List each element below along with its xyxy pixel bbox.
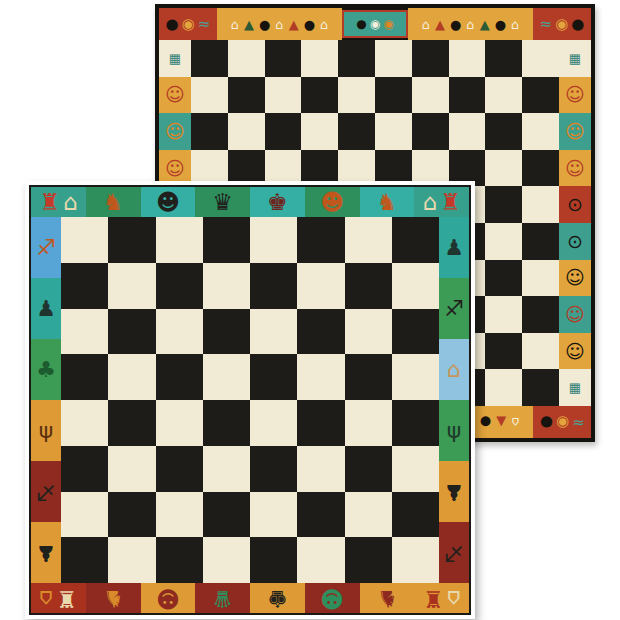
border-tile-branch-landscape: ψ xyxy=(31,400,61,461)
board-square xyxy=(485,296,522,333)
board-square xyxy=(228,40,265,77)
castle-corner-icon: ⌂ xyxy=(446,587,461,610)
board-square xyxy=(485,260,522,297)
board-square xyxy=(449,77,486,114)
board-square xyxy=(297,263,344,309)
board-square xyxy=(203,446,250,492)
board-square xyxy=(203,217,250,263)
border-tile-soldier: ♟ xyxy=(31,522,61,583)
board-square xyxy=(412,77,449,114)
board-square xyxy=(61,309,108,355)
board-square xyxy=(485,223,522,260)
board-square xyxy=(61,537,108,583)
border-tile-juggler: ☻ xyxy=(305,187,360,217)
board-square xyxy=(265,113,302,150)
border-tile-knight: ♞ xyxy=(86,187,141,217)
border-tile-castle-strip: ⌂▲●⌂▲●⌂ xyxy=(408,8,533,40)
border-tile-spearman: ♟ xyxy=(439,217,469,278)
front-board-chess: ♜⌂♞☻♛♚☻♞⌂♜♐♟♣ψ♐♟♟♐⌂ψ♟♐♜⌂♞☻♛♚☻♞⌂♜ xyxy=(29,185,471,615)
border-tile-badge: ▦ xyxy=(559,369,591,406)
castle-strip-icon: ▲ xyxy=(435,18,445,31)
board-square xyxy=(522,296,559,333)
circles-vine-corner-icon: ● xyxy=(540,415,553,430)
border-tile-castle-corner: ♜⌂ xyxy=(31,187,86,217)
board-square xyxy=(250,537,297,583)
board-square xyxy=(485,150,522,187)
castle-corner-icon: ⌂ xyxy=(39,587,54,610)
castle-strip-icon: ⌂ xyxy=(320,18,328,31)
border-tile-castle-corner: ♜⌂ xyxy=(31,583,86,613)
flower-icon: ⊙ xyxy=(567,195,583,214)
board-square xyxy=(156,537,203,583)
board-square xyxy=(156,492,203,538)
board-square xyxy=(250,217,297,263)
board-square xyxy=(345,354,392,400)
circles-vine-corner-icon: ≈ xyxy=(540,17,553,32)
king-icon: ♚ xyxy=(267,587,288,610)
circles-vine-corner-icon: ◉ xyxy=(555,17,568,32)
border-tile-queen: ♛ xyxy=(195,583,250,613)
castle-landscape-icon: ⌂ xyxy=(447,359,461,381)
board-square xyxy=(522,260,559,297)
board-square xyxy=(345,263,392,309)
board-square xyxy=(108,263,155,309)
board-square xyxy=(345,537,392,583)
board-square xyxy=(108,400,155,446)
castle-strip-icon: ● xyxy=(480,416,491,429)
border-tile-face: ☺ xyxy=(559,260,591,297)
border-tile-circles-vine-corner: ≈◉● xyxy=(533,406,591,438)
border-tile-face: ☺ xyxy=(559,296,591,333)
border-tile-knight: ♞ xyxy=(360,187,415,217)
queen-icon: ♛ xyxy=(212,587,233,610)
board-square xyxy=(392,400,439,446)
archer-icon: ♐ xyxy=(36,481,56,503)
doll-icon: ☺ xyxy=(165,85,185,104)
face-icon: ☺ xyxy=(565,342,585,361)
board-square xyxy=(297,217,344,263)
board-square xyxy=(203,537,250,583)
knight-icon: ♞ xyxy=(103,191,124,214)
board-middle: ♐♟♣ψ♐♟♟♐⌂ψ♟♐ xyxy=(31,217,469,583)
border-tile-badge: ▦ xyxy=(559,40,591,77)
badge-icon: ▦ xyxy=(569,381,581,394)
board-square xyxy=(392,217,439,263)
border-tile-doll: ☺ xyxy=(559,113,591,150)
board-square xyxy=(156,263,203,309)
board-square xyxy=(297,309,344,355)
board-square xyxy=(345,492,392,538)
border-tile-eye-panel: ●◉◉ xyxy=(342,10,408,38)
board-square xyxy=(203,309,250,355)
board-square xyxy=(297,492,344,538)
border-tile-king: ♚ xyxy=(250,187,305,217)
board-square xyxy=(250,263,297,309)
board-square xyxy=(108,217,155,263)
castle-strip-icon: ● xyxy=(304,18,315,31)
board-square xyxy=(61,354,108,400)
border-tile-doll: ☺ xyxy=(559,77,591,114)
border-tile-castle-landscape: ⌂ xyxy=(439,339,469,400)
board-square xyxy=(61,400,108,446)
board-grid xyxy=(61,217,439,583)
board-square xyxy=(301,40,338,77)
board-square xyxy=(392,446,439,492)
knight-icon: ♞ xyxy=(377,191,398,214)
castle-strip-icon: ● xyxy=(495,18,506,31)
board-square xyxy=(338,40,375,77)
border-tile-spearman: ♟ xyxy=(31,278,61,339)
board-square xyxy=(412,113,449,150)
board-square xyxy=(108,446,155,492)
soldier-icon: ♟ xyxy=(36,542,56,564)
jester-icon: ☻ xyxy=(320,587,344,610)
board-square xyxy=(485,113,522,150)
board-square xyxy=(61,446,108,492)
juggler-icon: ☻ xyxy=(156,191,180,214)
circles-vine-corner-icon: ◉ xyxy=(182,17,195,32)
board-square xyxy=(345,309,392,355)
board-square xyxy=(301,77,338,114)
queen-icon: ♛ xyxy=(212,191,233,214)
board-square xyxy=(250,354,297,400)
board-square xyxy=(250,492,297,538)
board-square xyxy=(485,77,522,114)
flower-icon: ⊙ xyxy=(567,232,583,251)
border-tile-knight: ♞ xyxy=(360,583,415,613)
border-tile-soldier: ♟ xyxy=(439,461,469,522)
castle-strip-icon: ▲ xyxy=(244,18,254,31)
board-square xyxy=(522,40,559,77)
tree-landscape-icon: ♣ xyxy=(36,359,56,381)
board-square xyxy=(61,492,108,538)
castle-strip-icon: ⌂ xyxy=(275,18,283,31)
board-square xyxy=(392,263,439,309)
border-band: ▦☺☺☺⊙⊙☺☺☺▦ xyxy=(559,40,591,406)
castle-strip-icon: ▲ xyxy=(480,18,490,31)
castle-strip-icon: ⌂ xyxy=(511,18,519,31)
board-square xyxy=(108,309,155,355)
board-square xyxy=(297,354,344,400)
archer-icon: ♐ xyxy=(36,237,56,259)
board-square xyxy=(485,186,522,223)
border-tile-queen: ♛ xyxy=(195,187,250,217)
border-tile-archer: ♐ xyxy=(31,217,61,278)
castle-strip-icon: ▲ xyxy=(496,416,506,429)
border-tile-tree-landscape: ♣ xyxy=(31,339,61,400)
board-square xyxy=(522,223,559,260)
border-tile-castle-corner: ⌂♜ xyxy=(414,583,469,613)
face-icon: ☺ xyxy=(565,268,585,287)
eye-panel-icon: ◉ xyxy=(383,18,393,30)
circles-vine-corner-icon: ● xyxy=(571,17,584,32)
board-square xyxy=(392,492,439,538)
board-square xyxy=(61,263,108,309)
board-square xyxy=(297,537,344,583)
border-tile-doll: ☺ xyxy=(159,113,191,150)
border-tile-castle-corner: ⌂♜ xyxy=(414,187,469,217)
badge-icon: ▦ xyxy=(569,52,581,65)
border-tile-flower: ⊙ xyxy=(559,223,591,260)
soldier-icon: ♟ xyxy=(444,481,464,503)
border-tile-face: ☺ xyxy=(559,333,591,370)
doll-icon: ☺ xyxy=(165,159,185,178)
board-square xyxy=(392,354,439,400)
castle-strip-icon: ⌂ xyxy=(511,416,519,429)
border-tile-doll: ☺ xyxy=(159,77,191,114)
board-square xyxy=(412,40,449,77)
castle-corner-icon: ⌂ xyxy=(63,191,78,214)
board-square xyxy=(345,217,392,263)
circles-vine-corner-icon: ◉ xyxy=(556,415,569,430)
board-square xyxy=(485,369,522,406)
board-square xyxy=(228,77,265,114)
board-square xyxy=(375,77,412,114)
board-square xyxy=(522,333,559,370)
board-square xyxy=(250,446,297,492)
board-square xyxy=(485,40,522,77)
spearman-icon: ♟ xyxy=(444,237,464,259)
board-square xyxy=(61,217,108,263)
board-square xyxy=(338,77,375,114)
badge-icon: ▦ xyxy=(169,52,181,65)
knight-icon: ♞ xyxy=(103,587,124,610)
border-tile-castle-strip: ⌂▲●⌂▲●⌂ xyxy=(217,8,342,40)
border-band: ♟♐⌂ψ♟♐ xyxy=(439,217,469,583)
board-square xyxy=(392,537,439,583)
board-square xyxy=(345,446,392,492)
board-square xyxy=(108,492,155,538)
board-square xyxy=(265,40,302,77)
juggler-icon: ☻ xyxy=(156,587,180,610)
castle-strip-icon: ⌂ xyxy=(466,18,474,31)
border-band: ♜⌂♞☻♛♚☻♞⌂♜ xyxy=(31,583,469,613)
border-tile-archer: ♐ xyxy=(439,278,469,339)
knight-icon: ♞ xyxy=(377,587,398,610)
board-square xyxy=(228,113,265,150)
border-band: ♜⌂♞☻♛♚☻♞⌂♜ xyxy=(31,187,469,217)
border-tile-king: ♚ xyxy=(250,583,305,613)
board-square xyxy=(375,113,412,150)
castle-strip-icon: ● xyxy=(259,18,270,31)
archer-icon: ♐ xyxy=(444,298,464,320)
castle-strip-icon: ⌂ xyxy=(231,18,239,31)
doll-icon: ☺ xyxy=(165,122,185,141)
border-tile-knight: ♞ xyxy=(86,583,141,613)
branch-landscape-icon: ψ xyxy=(39,420,54,442)
castle-corner-icon: ♜ xyxy=(423,587,444,610)
board-square xyxy=(345,400,392,446)
border-tile-archer: ♐ xyxy=(31,461,61,522)
border-tile-juggler: ☻ xyxy=(141,583,196,613)
board-square xyxy=(203,492,250,538)
board-square xyxy=(156,400,203,446)
front-board-outline: ♜⌂♞☻♛♚☻♞⌂♜♐♟♣ψ♐♟♟♐⌂ψ♟♐♜⌂♞☻♛♚☻♞⌂♜ xyxy=(25,181,475,619)
board-square xyxy=(203,263,250,309)
border-tile-tree-landscape: ψ xyxy=(439,400,469,461)
border-tile-jester: ☻ xyxy=(305,583,360,613)
board-square xyxy=(449,40,486,77)
board-square xyxy=(449,113,486,150)
king-icon: ♚ xyxy=(267,191,288,214)
board-square xyxy=(191,113,228,150)
board-square xyxy=(191,77,228,114)
board-square xyxy=(203,400,250,446)
board-square xyxy=(250,309,297,355)
border-band: ●◉≈⌂▲●⌂▲●⌂●◉◉⌂▲●⌂▲●⌂≈◉● xyxy=(159,8,591,40)
border-band: ♐♟♣ψ♐♟ xyxy=(31,217,61,583)
eye-panel-icon: ◉ xyxy=(370,18,380,30)
castle-strip-icon: ⌂ xyxy=(422,18,430,31)
face-icon: ☺ xyxy=(565,305,585,324)
border-tile-circles-vine-corner: ≈◉● xyxy=(533,8,591,40)
border-tile-juggler: ☻ xyxy=(141,187,196,217)
doll-icon: ☺ xyxy=(565,159,585,178)
border-tile-doll: ☺ xyxy=(559,150,591,187)
castle-strip-icon: ● xyxy=(450,18,461,31)
juggler-icon: ☻ xyxy=(320,191,344,214)
spearman-icon: ♟ xyxy=(36,298,56,320)
board-square xyxy=(375,40,412,77)
border-tile-flower: ⊙ xyxy=(559,186,591,223)
border-tile-badge: ▦ xyxy=(159,40,191,77)
board-square xyxy=(522,77,559,114)
board-square xyxy=(392,309,439,355)
circles-vine-corner-icon: ≈ xyxy=(572,415,585,430)
board-square xyxy=(301,113,338,150)
board-square xyxy=(485,333,522,370)
castle-corner-icon: ♜ xyxy=(57,587,78,610)
castle-corner-icon: ♜ xyxy=(440,191,461,214)
doll-icon: ☺ xyxy=(565,85,585,104)
circles-vine-corner-icon: ≈ xyxy=(198,17,211,32)
board-square xyxy=(156,354,203,400)
eye-panel-icon: ● xyxy=(356,18,366,30)
board-square xyxy=(156,217,203,263)
board-square xyxy=(156,446,203,492)
board-square xyxy=(108,354,155,400)
board-square xyxy=(338,113,375,150)
board-square xyxy=(203,354,250,400)
board-square xyxy=(108,537,155,583)
archer-icon: ♐ xyxy=(444,542,464,564)
castle-corner-icon: ⌂ xyxy=(423,191,438,214)
board-square xyxy=(297,400,344,446)
castle-corner-icon: ♜ xyxy=(39,191,60,214)
board-square xyxy=(250,400,297,446)
board-square xyxy=(265,77,302,114)
board-square xyxy=(156,309,203,355)
board-square xyxy=(522,369,559,406)
border-tile-circles-vine-corner: ●◉≈ xyxy=(159,8,217,40)
board-square xyxy=(522,186,559,223)
castle-strip-icon: ▲ xyxy=(289,18,299,31)
circles-vine-corner-icon: ● xyxy=(166,17,179,32)
board-square xyxy=(297,446,344,492)
board-square xyxy=(522,113,559,150)
border-tile-archer: ♐ xyxy=(439,522,469,583)
board-square xyxy=(522,150,559,187)
board-square xyxy=(191,40,228,77)
doll-icon: ☺ xyxy=(565,122,585,141)
tree-landscape-icon: ψ xyxy=(447,420,462,442)
